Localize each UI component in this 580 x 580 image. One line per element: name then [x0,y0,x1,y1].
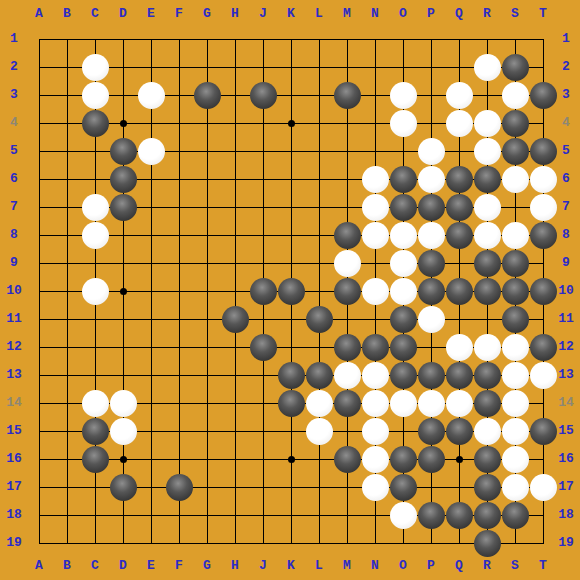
star-point-D4 [120,120,127,127]
row-label-right-16: 16 [552,450,580,468]
white-stone-L14[interactable] [306,390,333,417]
black-stone-G3[interactable] [194,82,221,109]
column-label-top-Q: Q [445,5,473,23]
black-stone-M8[interactable] [334,222,361,249]
column-label-bottom-F: F [165,557,193,575]
row-label-left-2: 2 [0,58,28,76]
white-stone-C10[interactable] [82,278,109,305]
white-stone-P11[interactable] [418,306,445,333]
white-stone-D14[interactable] [110,390,137,417]
black-stone-S18[interactable] [502,502,529,529]
white-stone-N6[interactable] [362,166,389,193]
black-stone-M16[interactable] [334,446,361,473]
column-label-top-L: L [305,5,333,23]
black-stone-R10[interactable] [474,278,501,305]
black-stone-P9[interactable] [418,250,445,277]
row-label-left-17: 17 [0,478,28,496]
column-label-bottom-L: L [305,557,333,575]
black-stone-O16[interactable] [390,446,417,473]
row-label-left-12: 12 [0,338,28,356]
row-label-left-14: 14 [0,394,28,412]
row-label-left-7: 7 [0,198,28,216]
white-stone-R8[interactable] [474,222,501,249]
black-stone-R19[interactable] [474,530,501,557]
column-label-top-C: C [81,5,109,23]
white-stone-Q4[interactable] [446,110,473,137]
white-stone-Q3[interactable] [446,82,473,109]
black-stone-Q8[interactable] [446,222,473,249]
white-stone-O3[interactable] [390,82,417,109]
black-stone-P10[interactable] [418,278,445,305]
black-stone-T12[interactable] [530,334,557,361]
black-stone-O11[interactable] [390,306,417,333]
star-point-K16 [288,456,295,463]
black-stone-T5[interactable] [530,138,557,165]
white-stone-O10[interactable] [390,278,417,305]
black-stone-T3[interactable] [530,82,557,109]
black-stone-S11[interactable] [502,306,529,333]
white-stone-P8[interactable] [418,222,445,249]
black-stone-S2[interactable] [502,54,529,81]
white-stone-R15[interactable] [474,418,501,445]
black-stone-K14[interactable] [278,390,305,417]
row-label-left-18: 18 [0,506,28,524]
row-label-right-9: 9 [552,254,580,272]
row-label-left-3: 3 [0,86,28,104]
column-label-bottom-Q: Q [445,557,473,575]
row-label-right-19: 19 [552,534,580,552]
row-label-left-5: 5 [0,142,28,160]
black-stone-D6[interactable] [110,166,137,193]
column-label-bottom-P: P [417,557,445,575]
white-stone-S12[interactable] [502,334,529,361]
black-stone-M12[interactable] [334,334,361,361]
column-label-bottom-D: D [109,557,137,575]
row-label-left-4: 4 [0,114,28,132]
black-stone-P13[interactable] [418,362,445,389]
column-label-bottom-N: N [361,557,389,575]
row-label-left-15: 15 [0,422,28,440]
black-stone-Q13[interactable] [446,362,473,389]
column-label-bottom-J: J [249,557,277,575]
black-stone-R18[interactable] [474,502,501,529]
black-stone-P7[interactable] [418,194,445,221]
row-label-left-11: 11 [0,310,28,328]
black-stone-J12[interactable] [250,334,277,361]
black-stone-H11[interactable] [222,306,249,333]
black-stone-K10[interactable] [278,278,305,305]
row-label-left-1: 1 [0,30,28,48]
black-stone-D17[interactable] [110,474,137,501]
black-stone-M14[interactable] [334,390,361,417]
black-stone-J3[interactable] [250,82,277,109]
row-label-right-14: 14 [552,394,580,412]
white-stone-N10[interactable] [362,278,389,305]
white-stone-C14[interactable] [82,390,109,417]
white-stone-L15[interactable] [306,418,333,445]
column-label-bottom-K: K [277,557,305,575]
white-stone-Q14[interactable] [446,390,473,417]
column-label-top-F: F [165,5,193,23]
column-label-bottom-M: M [333,557,361,575]
black-stone-P18[interactable] [418,502,445,529]
black-stone-T8[interactable] [530,222,557,249]
white-stone-N8[interactable] [362,222,389,249]
column-label-top-O: O [389,5,417,23]
column-label-top-S: S [501,5,529,23]
white-stone-P6[interactable] [418,166,445,193]
column-label-bottom-O: O [389,557,417,575]
white-stone-R4[interactable] [474,110,501,137]
white-stone-T17[interactable] [530,474,557,501]
row-label-right-18: 18 [552,506,580,524]
white-stone-P14[interactable] [418,390,445,417]
white-stone-T6[interactable] [530,166,557,193]
black-stone-R13[interactable] [474,362,501,389]
column-label-top-N: N [361,5,389,23]
column-label-top-M: M [333,5,361,23]
row-label-right-1: 1 [552,30,580,48]
white-stone-R12[interactable] [474,334,501,361]
column-label-top-B: B [53,5,81,23]
white-stone-N17[interactable] [362,474,389,501]
white-stone-C2[interactable] [82,54,109,81]
column-label-bottom-A: A [25,557,53,575]
black-stone-P16[interactable] [418,446,445,473]
white-stone-N15[interactable] [362,418,389,445]
white-stone-O18[interactable] [390,502,417,529]
white-stone-S13[interactable] [502,362,529,389]
white-stone-O14[interactable] [390,390,417,417]
white-stone-M9[interactable] [334,250,361,277]
row-label-left-19: 19 [0,534,28,552]
black-stone-S5[interactable] [502,138,529,165]
black-stone-Q18[interactable] [446,502,473,529]
white-stone-T13[interactable] [530,362,557,389]
black-stone-Q7[interactable] [446,194,473,221]
go-board: AABBCCDDEEFFGGHHJJKKLLMMNNOOPPQQRRSSTT11… [0,0,580,580]
black-stone-J10[interactable] [250,278,277,305]
column-label-top-K: K [277,5,305,23]
star-point-D16 [120,456,127,463]
white-stone-C7[interactable] [82,194,109,221]
black-stone-D7[interactable] [110,194,137,221]
black-stone-C16[interactable] [82,446,109,473]
black-stone-M3[interactable] [334,82,361,109]
white-stone-O8[interactable] [390,222,417,249]
black-stone-K13[interactable] [278,362,305,389]
column-label-bottom-R: R [473,557,501,575]
column-label-bottom-H: H [221,557,249,575]
white-stone-P5[interactable] [418,138,445,165]
white-stone-N14[interactable] [362,390,389,417]
white-stone-E5[interactable] [138,138,165,165]
column-label-bottom-T: T [529,557,557,575]
black-stone-O6[interactable] [390,166,417,193]
black-stone-O7[interactable] [390,194,417,221]
white-stone-E3[interactable] [138,82,165,109]
black-stone-R6[interactable] [474,166,501,193]
white-stone-S16[interactable] [502,446,529,473]
black-stone-N12[interactable] [362,334,389,361]
black-stone-F17[interactable] [166,474,193,501]
white-stone-R7[interactable] [474,194,501,221]
row-label-left-9: 9 [0,254,28,272]
column-label-bottom-B: B [53,557,81,575]
black-stone-O12[interactable] [390,334,417,361]
black-stone-Q10[interactable] [446,278,473,305]
white-stone-N16[interactable] [362,446,389,473]
black-stone-D5[interactable] [110,138,137,165]
column-label-top-D: D [109,5,137,23]
white-stone-S6[interactable] [502,166,529,193]
column-label-top-T: T [529,5,557,23]
black-stone-T15[interactable] [530,418,557,445]
black-stone-R14[interactable] [474,390,501,417]
row-label-right-2: 2 [552,58,580,76]
column-label-bottom-G: G [193,557,221,575]
column-label-bottom-E: E [137,557,165,575]
black-stone-R9[interactable] [474,250,501,277]
white-stone-M13[interactable] [334,362,361,389]
white-stone-C8[interactable] [82,222,109,249]
white-stone-D15[interactable] [110,418,137,445]
column-label-top-J: J [249,5,277,23]
column-label-top-P: P [417,5,445,23]
column-label-bottom-S: S [501,557,529,575]
white-stone-S17[interactable] [502,474,529,501]
black-stone-O13[interactable] [390,362,417,389]
black-stone-P15[interactable] [418,418,445,445]
row-label-left-6: 6 [0,170,28,188]
black-stone-T10[interactable] [530,278,557,305]
white-stone-N7[interactable] [362,194,389,221]
black-stone-C15[interactable] [82,418,109,445]
black-stone-Q15[interactable] [446,418,473,445]
black-stone-Q6[interactable] [446,166,473,193]
white-stone-N13[interactable] [362,362,389,389]
black-stone-R17[interactable] [474,474,501,501]
black-stone-O17[interactable] [390,474,417,501]
column-label-top-A: A [25,5,53,23]
row-label-left-8: 8 [0,226,28,244]
row-label-left-16: 16 [0,450,28,468]
black-stone-C4[interactable] [82,110,109,137]
column-label-top-R: R [473,5,501,23]
black-stone-S4[interactable] [502,110,529,137]
white-stone-S3[interactable] [502,82,529,109]
row-label-left-13: 13 [0,366,28,384]
row-label-left-10: 10 [0,282,28,300]
black-stone-L11[interactable] [306,306,333,333]
row-label-right-4: 4 [552,114,580,132]
white-stone-R5[interactable] [474,138,501,165]
white-stone-O4[interactable] [390,110,417,137]
white-stone-S14[interactable] [502,390,529,417]
column-label-top-H: H [221,5,249,23]
white-stone-S15[interactable] [502,418,529,445]
black-stone-S10[interactable] [502,278,529,305]
black-stone-M10[interactable] [334,278,361,305]
black-stone-S9[interactable] [502,250,529,277]
white-stone-C3[interactable] [82,82,109,109]
black-stone-L13[interactable] [306,362,333,389]
white-stone-R2[interactable] [474,54,501,81]
white-stone-S8[interactable] [502,222,529,249]
white-stone-O9[interactable] [390,250,417,277]
star-point-K4 [288,120,295,127]
white-stone-Q12[interactable] [446,334,473,361]
column-label-bottom-C: C [81,557,109,575]
black-stone-R16[interactable] [474,446,501,473]
column-label-top-G: G [193,5,221,23]
star-point-D10 [120,288,127,295]
row-label-right-11: 11 [552,310,580,328]
star-point-Q16 [456,456,463,463]
white-stone-T7[interactable] [530,194,557,221]
column-label-top-E: E [137,5,165,23]
